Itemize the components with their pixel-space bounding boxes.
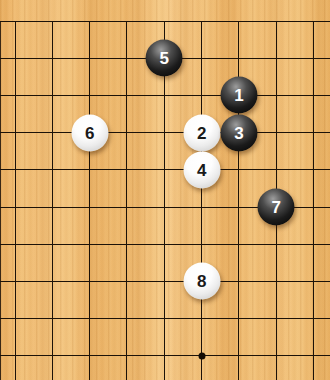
- stone-black-7[interactable]: 7: [258, 189, 295, 226]
- grid-horizontal-line: [0, 281, 330, 282]
- grid-vertical-line: [313, 21, 314, 380]
- stone-number: 7: [272, 199, 281, 216]
- stone-number: 2: [197, 124, 206, 141]
- cropped-left-grid-line: [0, 21, 1, 380]
- star-point-tengen: [198, 352, 205, 359]
- grid-horizontal-line: [0, 318, 330, 319]
- stone-number: 5: [160, 50, 169, 67]
- grid-vertical-line: [238, 21, 239, 380]
- grid-vertical-line: [126, 21, 127, 380]
- stone-black-1[interactable]: 1: [220, 77, 257, 114]
- stone-number: 3: [234, 124, 243, 141]
- grid-horizontal-line: [0, 95, 330, 96]
- grid-vertical-line: [15, 21, 16, 380]
- stone-number: 8: [197, 273, 206, 290]
- grid-vertical-line: [52, 21, 53, 380]
- stone-number: 1: [234, 87, 243, 104]
- stone-black-5[interactable]: 5: [146, 40, 183, 77]
- grid-vertical-line: [201, 21, 202, 380]
- grid-horizontal-line: [0, 21, 330, 22]
- stone-white-4[interactable]: 4: [183, 151, 220, 188]
- grid-horizontal-line: [0, 355, 330, 356]
- go-board[interactable]: 12345678: [0, 0, 330, 380]
- stone-white-6[interactable]: 6: [71, 114, 108, 151]
- grid-horizontal-line: [0, 132, 330, 133]
- grid-vertical-line: [89, 21, 90, 380]
- stone-white-2[interactable]: 2: [183, 114, 220, 151]
- stone-black-3[interactable]: 3: [220, 114, 257, 151]
- grid-horizontal-line: [0, 244, 330, 245]
- grid-horizontal-line: [0, 169, 330, 170]
- stone-number: 4: [197, 161, 206, 178]
- stone-white-8[interactable]: 8: [183, 263, 220, 300]
- stone-number: 6: [85, 124, 94, 141]
